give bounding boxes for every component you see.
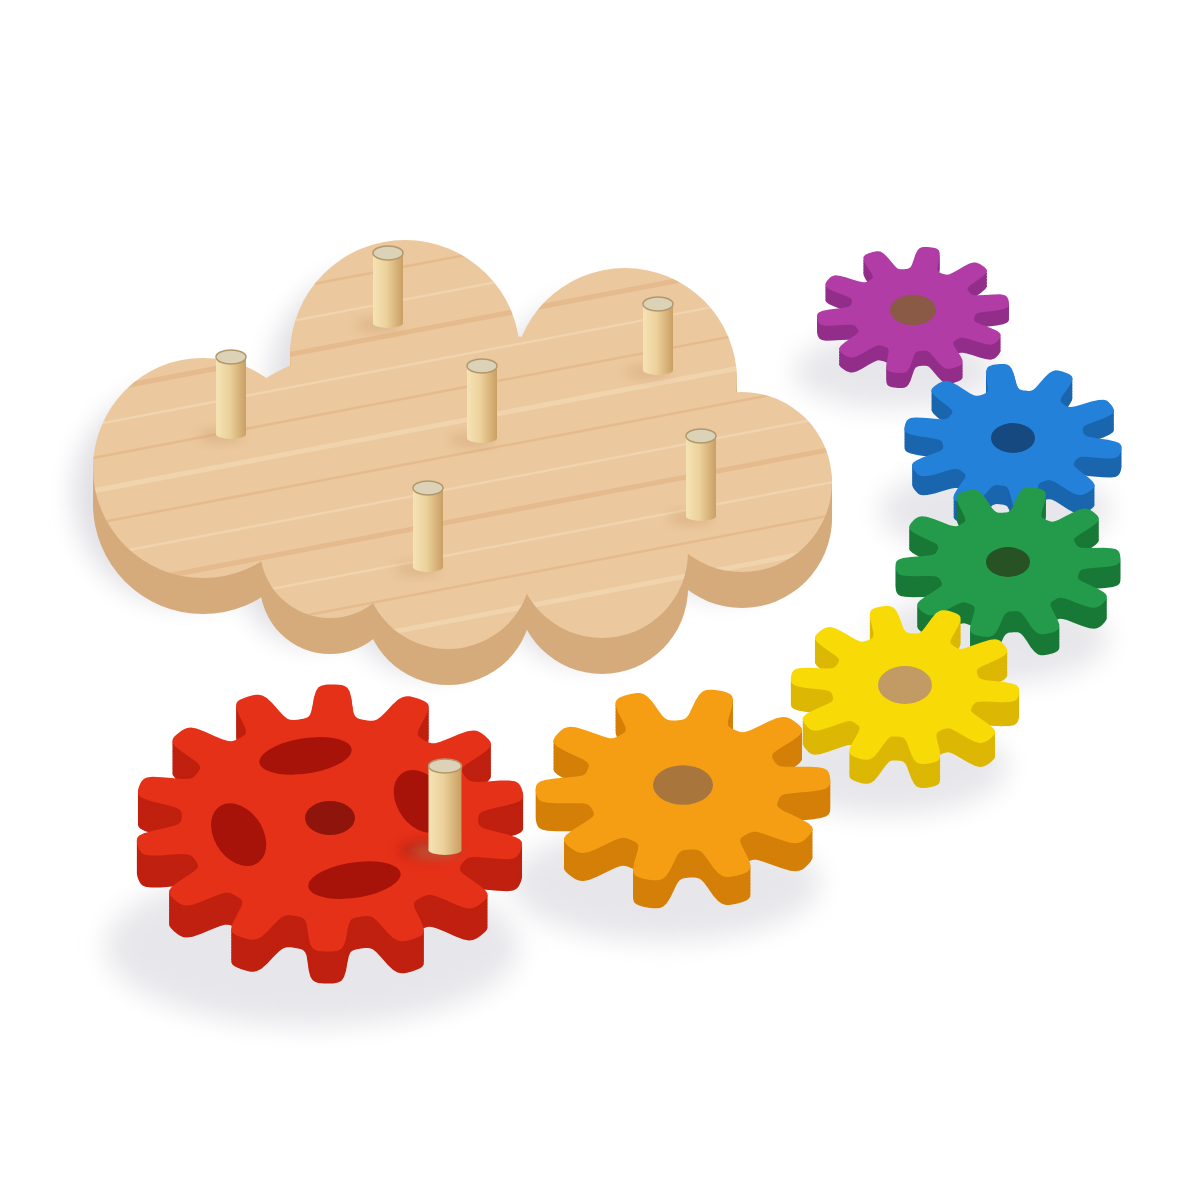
- gear-blue-center-hole: [991, 423, 1035, 453]
- gear-purple-center-hole: [890, 295, 936, 325]
- gear-purple: [793, 247, 1009, 410]
- gear-orange-center-hole: [653, 765, 713, 805]
- gear-yellow-center-hole: [878, 666, 932, 704]
- product-photo-wooden-gear-toy: [0, 0, 1200, 1200]
- scene-svg: [0, 0, 1200, 1200]
- wooden-pegboard: [40, 112, 870, 699]
- gear-orange: [510, 690, 831, 942]
- gear-red-center-hole: [305, 801, 355, 835]
- gear-green-center-hole: [986, 547, 1030, 577]
- gear-red: [105, 684, 523, 1026]
